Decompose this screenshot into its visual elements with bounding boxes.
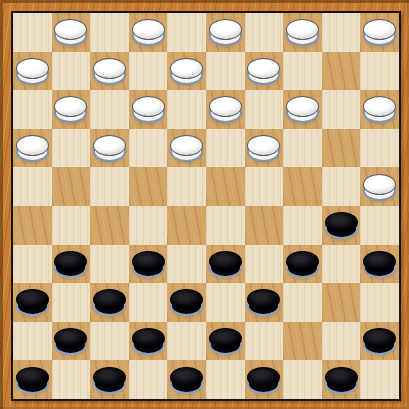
square-r8c5[interactable] [167,283,206,322]
square-r9c7[interactable] [245,322,284,361]
square-r7c1[interactable] [13,245,52,284]
square-r3c2[interactable] [52,90,91,129]
black-man[interactable] [325,212,358,239]
square-r7c4[interactable] [129,245,168,284]
piece-top [16,367,49,388]
square-r10c9[interactable] [322,360,361,399]
white-man[interactable] [54,96,87,123]
square-r4c10[interactable] [360,129,399,168]
square-r9c8[interactable] [283,322,322,361]
black-man[interactable] [209,328,242,355]
square-r9c1[interactable] [13,322,52,361]
black-man[interactable] [16,289,49,316]
square-r8c6[interactable] [206,283,245,322]
square-r9c2[interactable] [52,322,91,361]
square-r10c8[interactable] [283,360,322,399]
square-r10c10[interactable] [360,360,399,399]
square-r6c2[interactable] [52,206,91,245]
square-r3c1[interactable] [13,90,52,129]
square-r6c6[interactable] [206,206,245,245]
square-r5c2[interactable] [52,167,91,206]
square-r8c4[interactable] [129,283,168,322]
piece-top [170,367,203,388]
square-r10c3[interactable] [90,360,129,399]
square-r1c5[interactable] [167,13,206,52]
square-r6c1[interactable] [13,206,52,245]
square-r5c10[interactable] [360,167,399,206]
square-r7c8[interactable] [283,245,322,284]
piece-top [132,19,165,40]
square-r2c7[interactable] [245,52,284,91]
square-r9c6[interactable] [206,322,245,361]
square-r5c3[interactable] [90,167,129,206]
square-r1c3[interactable] [90,13,129,52]
square-r7c10[interactable] [360,245,399,284]
piece-top [93,135,126,156]
white-man[interactable] [247,135,280,162]
piece-top [209,328,242,349]
piece-top [363,174,396,195]
square-r7c9[interactable] [322,245,361,284]
square-r4c7[interactable] [245,129,284,168]
square-r1c8[interactable] [283,13,322,52]
square-r1c2[interactable] [52,13,91,52]
square-r1c7[interactable] [245,13,284,52]
white-man[interactable] [132,96,165,123]
square-r8c8[interactable] [283,283,322,322]
black-man[interactable] [286,251,319,278]
square-r10c6[interactable] [206,360,245,399]
piece-top [132,328,165,349]
square-r3c6[interactable] [206,90,245,129]
square-r5c6[interactable] [206,167,245,206]
board-frame [0,0,409,409]
piece-top [247,58,280,79]
square-r5c7[interactable] [245,167,284,206]
black-man[interactable] [247,289,280,316]
square-r2c5[interactable] [167,52,206,91]
square-r7c6[interactable] [206,245,245,284]
black-man[interactable] [93,289,126,316]
black-man[interactable] [325,367,358,394]
square-r4c4[interactable] [129,129,168,168]
square-r4c1[interactable] [13,129,52,168]
square-r9c5[interactable] [167,322,206,361]
white-man[interactable] [93,135,126,162]
square-r3c4[interactable] [129,90,168,129]
piece-top [325,212,358,233]
white-man[interactable] [209,96,242,123]
square-r2c1[interactable] [13,52,52,91]
square-r10c7[interactable] [245,360,284,399]
square-r9c9[interactable] [322,322,361,361]
piece-top [286,251,319,272]
square-r8c10[interactable] [360,283,399,322]
piece-top [170,58,203,79]
white-man[interactable] [286,96,319,123]
black-man[interactable] [16,367,49,394]
square-r7c5[interactable] [167,245,206,284]
square-r5c4[interactable] [129,167,168,206]
square-r10c2[interactable] [52,360,91,399]
white-man[interactable] [247,58,280,85]
square-r7c3[interactable] [90,245,129,284]
piece-top [54,251,87,272]
square-r2c4[interactable] [129,52,168,91]
square-r8c2[interactable] [52,283,91,322]
square-r9c3[interactable] [90,322,129,361]
square-r9c4[interactable] [129,322,168,361]
square-r3c9[interactable] [322,90,361,129]
square-r9c10[interactable] [360,322,399,361]
square-r5c9[interactable] [322,167,361,206]
white-man[interactable] [209,19,242,46]
square-r6c8[interactable] [283,206,322,245]
square-r4c9[interactable] [322,129,361,168]
black-man[interactable] [93,367,126,394]
square-r10c4[interactable] [129,360,168,399]
square-r5c5[interactable] [167,167,206,206]
square-r5c1[interactable] [13,167,52,206]
black-man[interactable] [132,328,165,355]
square-r8c1[interactable] [13,283,52,322]
square-r6c4[interactable] [129,206,168,245]
square-r1c4[interactable] [129,13,168,52]
piece-top [16,135,49,156]
white-man[interactable] [286,19,319,46]
piece-top [93,58,126,79]
square-r3c8[interactable] [283,90,322,129]
square-r7c7[interactable] [245,245,284,284]
square-r4c8[interactable] [283,129,322,168]
square-r1c9[interactable] [322,13,361,52]
square-r2c8[interactable] [283,52,322,91]
piece-top [247,367,280,388]
black-man[interactable] [54,328,87,355]
piece-top [325,367,358,388]
square-r6c9[interactable] [322,206,361,245]
square-r6c7[interactable] [245,206,284,245]
white-man[interactable] [54,19,87,46]
piece-top [93,367,126,388]
white-man[interactable] [363,19,396,46]
square-r8c9[interactable] [322,283,361,322]
square-r3c10[interactable] [360,90,399,129]
black-man[interactable] [363,328,396,355]
square-r3c7[interactable] [245,90,284,129]
square-r4c6[interactable] [206,129,245,168]
black-man[interactable] [54,251,87,278]
square-r8c3[interactable] [90,283,129,322]
square-r6c10[interactable] [360,206,399,245]
black-man[interactable] [247,367,280,394]
square-r1c1[interactable] [13,13,52,52]
square-r5c8[interactable] [283,167,322,206]
square-r2c10[interactable] [360,52,399,91]
square-r10c5[interactable] [167,360,206,399]
square-r3c5[interactable] [167,90,206,129]
square-r6c3[interactable] [90,206,129,245]
square-r4c3[interactable] [90,129,129,168]
black-man[interactable] [363,251,396,278]
white-man[interactable] [16,58,49,85]
black-man[interactable] [209,251,242,278]
white-man[interactable] [170,135,203,162]
square-r7c2[interactable] [52,245,91,284]
square-r10c1[interactable] [13,360,52,399]
piece-top [209,251,242,272]
white-man[interactable] [363,174,396,201]
square-r6c5[interactable] [167,206,206,245]
piece-top [132,251,165,272]
black-man[interactable] [170,289,203,316]
white-man[interactable] [170,58,203,85]
square-r4c5[interactable] [167,129,206,168]
square-r2c3[interactable] [90,52,129,91]
checkers-board [11,11,401,401]
white-man[interactable] [16,135,49,162]
square-r8c7[interactable] [245,283,284,322]
square-r2c2[interactable] [52,52,91,91]
square-r1c10[interactable] [360,13,399,52]
square-r4c2[interactable] [52,129,91,168]
black-man[interactable] [132,251,165,278]
square-r2c6[interactable] [206,52,245,91]
white-man[interactable] [132,19,165,46]
square-r1c6[interactable] [206,13,245,52]
square-r2c9[interactable] [322,52,361,91]
white-man[interactable] [363,96,396,123]
white-man[interactable] [93,58,126,85]
black-man[interactable] [170,367,203,394]
square-r3c3[interactable] [90,90,129,129]
piece-top [16,58,49,79]
piece-top [363,251,396,272]
